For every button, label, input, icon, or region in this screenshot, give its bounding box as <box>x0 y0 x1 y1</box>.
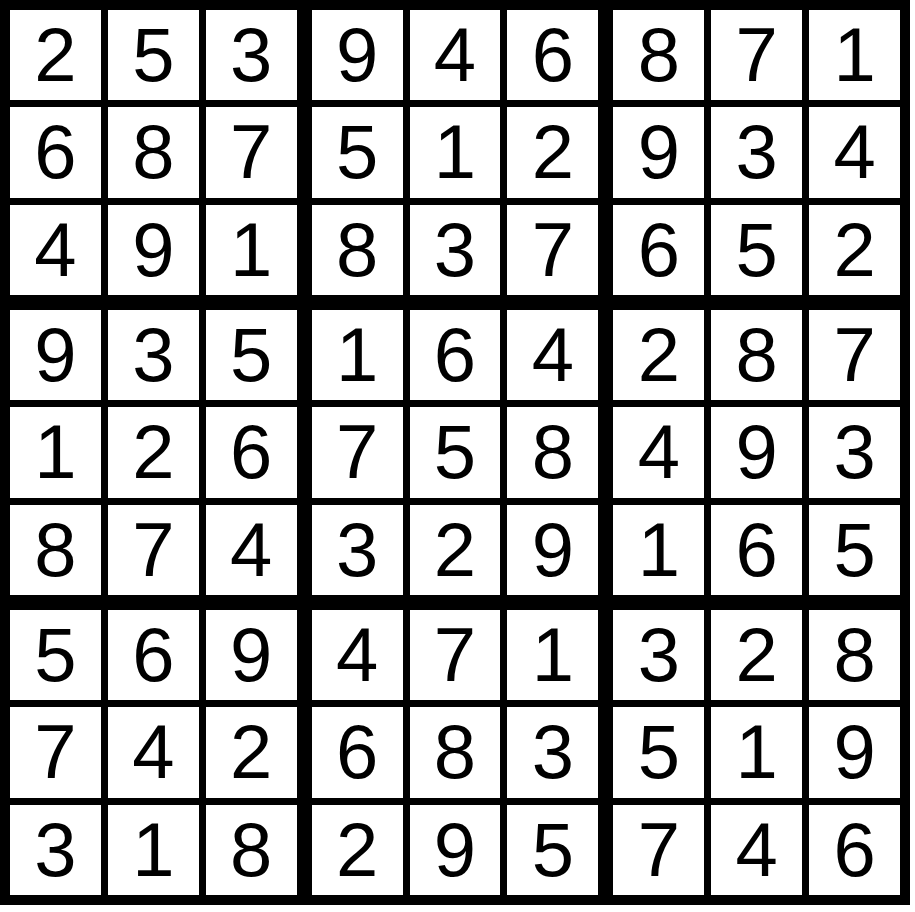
cell-r7c3[interactable]: 9 <box>206 610 297 700</box>
cell-r3c7[interactable]: 6 <box>613 205 704 295</box>
cell-r2c7[interactable]: 9 <box>613 107 704 197</box>
cell-r5c8[interactable]: 9 <box>711 407 802 497</box>
sudoku-board: 2536874919465128378719346529351268741647… <box>0 0 910 905</box>
cell-r5c3[interactable]: 6 <box>206 407 297 497</box>
cell-r1c5[interactable]: 4 <box>410 10 501 100</box>
cell-r6c4[interactable]: 3 <box>312 505 403 595</box>
cell-r3c4[interactable]: 8 <box>312 205 403 295</box>
box-7: 569742318 <box>10 610 297 895</box>
box-6: 287493165 <box>613 310 900 595</box>
cell-r6c5[interactable]: 2 <box>410 505 501 595</box>
cell-r3c9[interactable]: 2 <box>809 205 900 295</box>
cell-r5c9[interactable]: 3 <box>809 407 900 497</box>
cell-r4c5[interactable]: 6 <box>410 310 501 400</box>
cell-r4c3[interactable]: 5 <box>206 310 297 400</box>
cell-r9c8[interactable]: 4 <box>711 805 802 895</box>
cell-r4c7[interactable]: 2 <box>613 310 704 400</box>
cell-r3c8[interactable]: 5 <box>711 205 802 295</box>
cell-r9c2[interactable]: 1 <box>108 805 199 895</box>
cell-r9c4[interactable]: 2 <box>312 805 403 895</box>
box-4: 935126874 <box>10 310 297 595</box>
cell-r8c6[interactable]: 3 <box>507 707 598 797</box>
cell-r8c3[interactable]: 2 <box>206 707 297 797</box>
cell-r5c7[interactable]: 4 <box>613 407 704 497</box>
cell-r9c5[interactable]: 9 <box>410 805 501 895</box>
cell-r7c8[interactable]: 2 <box>711 610 802 700</box>
cell-r3c5[interactable]: 3 <box>410 205 501 295</box>
cell-r4c6[interactable]: 4 <box>507 310 598 400</box>
cell-r1c2[interactable]: 5 <box>108 10 199 100</box>
cell-r3c6[interactable]: 7 <box>507 205 598 295</box>
cell-r6c9[interactable]: 5 <box>809 505 900 595</box>
cell-r1c7[interactable]: 8 <box>613 10 704 100</box>
cell-r8c8[interactable]: 1 <box>711 707 802 797</box>
cell-r4c9[interactable]: 7 <box>809 310 900 400</box>
cell-r9c9[interactable]: 6 <box>809 805 900 895</box>
cell-r7c6[interactable]: 1 <box>507 610 598 700</box>
cell-r4c4[interactable]: 1 <box>312 310 403 400</box>
cell-r4c2[interactable]: 3 <box>108 310 199 400</box>
cell-r1c8[interactable]: 7 <box>711 10 802 100</box>
cell-r7c9[interactable]: 8 <box>809 610 900 700</box>
cell-r6c1[interactable]: 8 <box>10 505 101 595</box>
cell-r1c1[interactable]: 2 <box>10 10 101 100</box>
cell-r8c2[interactable]: 4 <box>108 707 199 797</box>
cell-r1c4[interactable]: 9 <box>312 10 403 100</box>
cell-r9c6[interactable]: 5 <box>507 805 598 895</box>
cell-r8c4[interactable]: 6 <box>312 707 403 797</box>
cell-r6c8[interactable]: 6 <box>711 505 802 595</box>
cell-r7c7[interactable]: 3 <box>613 610 704 700</box>
cell-r9c7[interactable]: 7 <box>613 805 704 895</box>
cell-r6c3[interactable]: 4 <box>206 505 297 595</box>
box-5: 164758329 <box>312 310 599 595</box>
cell-r6c6[interactable]: 9 <box>507 505 598 595</box>
cell-r6c2[interactable]: 7 <box>108 505 199 595</box>
cell-r2c8[interactable]: 3 <box>711 107 802 197</box>
box-1: 253687491 <box>10 10 297 295</box>
cell-r2c5[interactable]: 1 <box>410 107 501 197</box>
cell-r6c7[interactable]: 1 <box>613 505 704 595</box>
cell-r2c2[interactable]: 8 <box>108 107 199 197</box>
cell-r8c1[interactable]: 7 <box>10 707 101 797</box>
cell-r8c9[interactable]: 9 <box>809 707 900 797</box>
cell-r8c7[interactable]: 5 <box>613 707 704 797</box>
cell-r1c3[interactable]: 3 <box>206 10 297 100</box>
cell-r4c1[interactable]: 9 <box>10 310 101 400</box>
cell-r2c4[interactable]: 5 <box>312 107 403 197</box>
cell-r7c2[interactable]: 6 <box>108 610 199 700</box>
cell-r4c8[interactable]: 8 <box>711 310 802 400</box>
cell-r9c1[interactable]: 3 <box>10 805 101 895</box>
cell-r2c1[interactable]: 6 <box>10 107 101 197</box>
cell-r5c6[interactable]: 8 <box>507 407 598 497</box>
cell-r2c3[interactable]: 7 <box>206 107 297 197</box>
cell-r5c5[interactable]: 5 <box>410 407 501 497</box>
cell-r7c5[interactable]: 7 <box>410 610 501 700</box>
box-8: 471683295 <box>312 610 599 895</box>
cell-r7c4[interactable]: 4 <box>312 610 403 700</box>
cell-r7c1[interactable]: 5 <box>10 610 101 700</box>
cell-r3c1[interactable]: 4 <box>10 205 101 295</box>
cell-r3c3[interactable]: 1 <box>206 205 297 295</box>
box-9: 328519746 <box>613 610 900 895</box>
cell-r5c2[interactable]: 2 <box>108 407 199 497</box>
cell-r3c2[interactable]: 9 <box>108 205 199 295</box>
cell-r5c4[interactable]: 7 <box>312 407 403 497</box>
cell-r1c9[interactable]: 1 <box>809 10 900 100</box>
cell-r5c1[interactable]: 1 <box>10 407 101 497</box>
cell-r8c5[interactable]: 8 <box>410 707 501 797</box>
box-2: 946512837 <box>312 10 599 295</box>
cell-r1c6[interactable]: 6 <box>507 10 598 100</box>
cell-r2c9[interactable]: 4 <box>809 107 900 197</box>
box-3: 871934652 <box>613 10 900 295</box>
cell-r2c6[interactable]: 2 <box>507 107 598 197</box>
cell-r9c3[interactable]: 8 <box>206 805 297 895</box>
